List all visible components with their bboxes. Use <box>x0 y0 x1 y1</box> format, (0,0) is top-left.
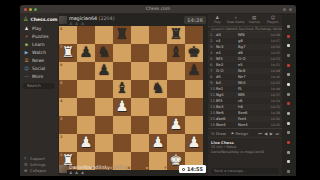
rank-label: 2 <box>60 135 62 139</box>
square-a8[interactable]: 8 <box>59 26 77 44</box>
browser-window: Chess.com ♙ Chess.com ♟Play⚡Puzzles◆Lear… <box>20 5 296 176</box>
white-pawn-piece[interactable]: ♟ <box>77 134 95 152</box>
pawn-logo-icon: ♙ <box>23 16 28 22</box>
right-icon-strip <box>285 25 292 173</box>
collapse-icon: ≡ <box>24 168 28 173</box>
move-row: 16.Nxe4Nxe414:25 <box>208 122 282 128</box>
puzzles-icon: ⚡ <box>24 34 29 39</box>
square-g6[interactable] <box>167 62 185 80</box>
sidebar-item-label: Puzzles <box>32 34 49 39</box>
strip-marker <box>287 25 290 28</box>
black-king-piece[interactable]: ♚ <box>185 44 203 62</box>
square-e6[interactable] <box>131 62 149 80</box>
square-d6[interactable] <box>113 62 131 80</box>
search-input[interactable]: Search <box>23 83 55 89</box>
last-move-button[interactable]: ⏭ <box>275 131 279 136</box>
clock-icon <box>182 168 185 171</box>
square-c2[interactable] <box>95 134 113 152</box>
sidebar-util-collapse[interactable]: ≡Collapse <box>20 167 58 173</box>
game-info-line: DanielNaroditsky vs magician64 <box>211 150 279 155</box>
square-h2[interactable]: ♟ <box>185 134 203 152</box>
square-b8[interactable] <box>77 26 95 44</box>
white-pawn-piece[interactable]: ♟ <box>149 134 167 152</box>
square-h6[interactable]: ♟ <box>185 62 203 80</box>
chess-board[interactable]: 8♜♜7♜♟♞♝♚6♟♟5♝♞4♟3♟2♟♟♟1a♜bcdefg♚h <box>59 26 203 170</box>
tab-players[interactable]: ☺Players <box>264 14 283 26</box>
opponent-player-bar: magician64 (2204) ♙ ♙ ♙ 14:26 <box>59 16 206 26</box>
square-f8[interactable] <box>149 26 167 44</box>
square-h3[interactable] <box>185 116 203 134</box>
sidebar-item-social[interactable]: ☺Social <box>20 64 58 72</box>
square-e2[interactable] <box>131 134 149 152</box>
strip-marker <box>287 54 290 57</box>
next-move-button[interactable]: ▶ <box>270 131 273 136</box>
square-h4[interactable] <box>185 98 203 116</box>
square-a4[interactable]: 4 <box>59 98 77 116</box>
black-knight-piece[interactable]: ♞ <box>149 80 167 98</box>
square-d5[interactable]: ♝ <box>113 80 131 98</box>
square-c3[interactable] <box>95 116 113 134</box>
sidebar-item-learn[interactable]: ◆Learn <box>20 40 58 48</box>
rank-label: 3 <box>60 117 62 121</box>
square-d7[interactable] <box>113 44 131 62</box>
watch-icon: ▶ <box>24 50 29 55</box>
strip-marker <box>287 73 290 76</box>
move-nav: ⏮◀▶⏭ <box>258 131 279 136</box>
strip-marker <box>287 83 290 86</box>
tab-play[interactable]: ♟Play <box>208 14 227 26</box>
more-icon: ⋯ <box>24 74 29 79</box>
sidebar-item-label: More <box>32 74 43 79</box>
black-move[interactable]: Nxe4 <box>238 122 260 128</box>
prev-move-button[interactable]: ◀ <box>264 131 267 136</box>
logo-text: Chess.com <box>30 17 57 22</box>
avatar[interactable] <box>59 165 67 173</box>
strip-marker <box>287 35 290 38</box>
tab-new-game[interactable]: ＋New Game <box>227 14 246 26</box>
play-icon: ♟ <box>24 26 29 31</box>
square-b2[interactable]: ♟ <box>77 134 95 152</box>
black-pawn-piece[interactable]: ♟ <box>95 62 113 80</box>
game-info: Live Chess 15 min • Rated DanielNarodits… <box>208 137 282 156</box>
sidebar-item-label: Play <box>32 26 41 31</box>
sidebar-util-label: Collapse <box>30 168 46 173</box>
strip-marker <box>287 141 290 144</box>
sidebar-item-news[interactable]: ☰News <box>20 56 58 64</box>
strip-marker <box>287 93 290 96</box>
square-g2[interactable] <box>167 134 185 152</box>
social-icon: ☺ <box>24 66 29 71</box>
white-move[interactable]: Nxe4 <box>216 122 238 128</box>
square-a2[interactable]: 2 <box>59 134 77 152</box>
square-h7[interactable]: ♚ <box>185 44 203 62</box>
black-bishop-piece[interactable]: ♝ <box>113 80 131 98</box>
sidebar-utilities: ?Support⚙Settings≡Collapse <box>20 155 58 173</box>
sidebar-item-watch[interactable]: ▶Watch <box>20 48 58 56</box>
square-c5[interactable] <box>95 80 113 98</box>
chesscom-logo[interactable]: ♙ Chess.com <box>20 13 58 24</box>
news-icon: ☰ <box>24 58 29 63</box>
captured-pieces: ♟ ♟ ♟ <box>69 170 85 175</box>
square-e5[interactable] <box>131 80 149 98</box>
browser-titlebar: Chess.com <box>20 5 296 13</box>
square-f6[interactable] <box>149 62 167 80</box>
rank-label: 6 <box>60 63 62 67</box>
strip-marker <box>287 131 290 134</box>
player-rating: (2650) <box>111 165 127 170</box>
strip-marker <box>287 64 290 67</box>
sidebar-item-label: News <box>32 58 44 63</box>
square-b3[interactable] <box>77 116 95 134</box>
square-b6[interactable] <box>77 62 95 80</box>
square-g4[interactable] <box>167 98 185 116</box>
black-pawn-piece[interactable]: ♟ <box>185 62 203 80</box>
opponent-clock: 14:26 <box>184 16 206 24</box>
square-c7[interactable]: ♞ <box>95 44 113 62</box>
titlebar-icon[interactable] <box>283 8 286 11</box>
strip-marker <box>287 160 290 163</box>
white-rook-piece[interactable]: ♜ <box>59 44 77 62</box>
nav-sidebar: ♙ Chess.com ♟Play⚡Puzzles◆Learn▶Watch☰Ne… <box>20 13 58 176</box>
black-rook-piece[interactable]: ♜ <box>113 26 131 44</box>
square-g5[interactable] <box>167 80 185 98</box>
learn-icon: ◆ <box>24 42 29 47</box>
square-a6[interactable]: 6 <box>59 62 77 80</box>
square-f4[interactable] <box>149 98 167 116</box>
strip-marker <box>287 151 290 154</box>
square-a5[interactable]: 5 <box>59 80 77 98</box>
square-d3[interactable] <box>113 116 131 134</box>
tab-title: Chess.com <box>20 5 296 13</box>
square-c6[interactable]: ♟ <box>95 62 113 80</box>
square-f5[interactable]: ♞ <box>149 80 167 98</box>
sidebar-item-label: Watch <box>32 50 46 55</box>
tab-label: Play <box>208 20 227 24</box>
strip-marker <box>287 170 290 173</box>
square-h5[interactable] <box>185 80 203 98</box>
move-list: 1.d4Nf614:582.c4g614:573.Nc3Bg714:564.e4… <box>208 32 282 128</box>
white-pawn-piece[interactable]: ♟ <box>185 134 203 152</box>
tab-label: Players <box>264 20 283 24</box>
square-c8[interactable] <box>95 26 113 44</box>
black-pawn-piece[interactable]: ♟ <box>77 44 95 62</box>
square-a7[interactable]: 7♜ <box>59 44 77 62</box>
strip-marker <box>287 112 290 115</box>
black-knight-piece[interactable]: ♞ <box>95 44 113 62</box>
square-b7[interactable]: ♟ <box>77 44 95 62</box>
square-f7[interactable] <box>149 44 167 62</box>
rank-label: 5 <box>60 81 62 85</box>
square-g3[interactable]: ♟ <box>167 116 185 134</box>
square-d4[interactable]: ♟ <box>113 98 131 116</box>
black-bishop-piece[interactable]: ♝ <box>167 44 185 62</box>
square-a3[interactable]: 3 <box>59 116 77 134</box>
strip-marker <box>287 122 290 125</box>
sidebar-item-more[interactable]: ⋯More <box>20 72 58 80</box>
strip-marker <box>287 102 290 105</box>
square-e4[interactable] <box>131 98 149 116</box>
chat-input[interactable]: Send a message... <box>211 168 279 174</box>
titlebar-right-icons[interactable] <box>283 8 292 11</box>
square-f3[interactable] <box>149 116 167 134</box>
titlebar-icon[interactable] <box>289 8 292 11</box>
square-e7[interactable] <box>131 44 149 62</box>
square-e3[interactable] <box>131 116 149 134</box>
square-h8[interactable] <box>185 26 203 44</box>
game-controls: ½ Draw ⚑ Resign ⏮◀▶⏭ <box>208 128 282 137</box>
sidebar-util-label: Support <box>30 156 45 161</box>
white-pawn-piece[interactable]: ♟ <box>167 116 185 134</box>
support-icon: ? <box>24 156 28 161</box>
sidebar-item-label: Social <box>32 66 45 71</box>
player-rating: (2204) <box>99 16 115 21</box>
sidebar-item-puzzles[interactable]: ⚡Puzzles <box>20 32 58 40</box>
game-panel: ♟Play＋New Game▤Games☺Players Queen's Gam… <box>208 14 282 176</box>
resign-button[interactable]: ⚑ Resign <box>231 131 248 136</box>
tab-label: Games <box>245 20 264 24</box>
tab-label: New Game <box>227 20 246 24</box>
square-g7[interactable]: ♝ <box>167 44 185 62</box>
rank-label: 8 <box>60 27 62 31</box>
bottom-player-bar: DanielNaroditsky (2650) ♟ ♟ ♟ 14:55 <box>59 165 206 175</box>
avatar[interactable] <box>59 16 67 24</box>
sidebar-item-label: Learn <box>32 42 45 47</box>
square-c4[interactable] <box>95 98 113 116</box>
square-d2[interactable] <box>113 134 131 152</box>
letterbox-stage: Chess.com ♙ Chess.com ♟Play⚡Puzzles◆Lear… <box>0 0 320 180</box>
player-clock: 14:55 <box>179 165 206 173</box>
sidebar-item-play[interactable]: ♟Play <box>20 24 58 32</box>
first-move-button[interactable]: ⏮ <box>258 131 262 136</box>
white-pawn-piece[interactable]: ♟ <box>113 98 131 116</box>
move-number: 16. <box>208 122 216 128</box>
sidebar-util-label: Settings <box>30 162 46 167</box>
draw-button[interactable]: ½ Draw <box>211 131 226 136</box>
settings-icon: ⚙ <box>24 162 28 167</box>
square-d8[interactable]: ♜ <box>113 26 131 44</box>
panel-tabs: ♟Play＋New Game▤Games☺Players <box>208 14 282 27</box>
move-time: 14:25 <box>260 122 282 128</box>
strip-marker <box>287 44 290 47</box>
square-f2[interactable]: ♟ <box>149 134 167 152</box>
square-b5[interactable] <box>77 80 95 98</box>
rank-label: 4 <box>60 99 62 103</box>
tab-games[interactable]: ▤Games <box>245 14 264 26</box>
square-g8[interactable]: ♜ <box>167 26 185 44</box>
square-e8[interactable] <box>131 26 149 44</box>
black-rook-piece[interactable]: ♜ <box>167 26 185 44</box>
square-b4[interactable] <box>77 98 95 116</box>
